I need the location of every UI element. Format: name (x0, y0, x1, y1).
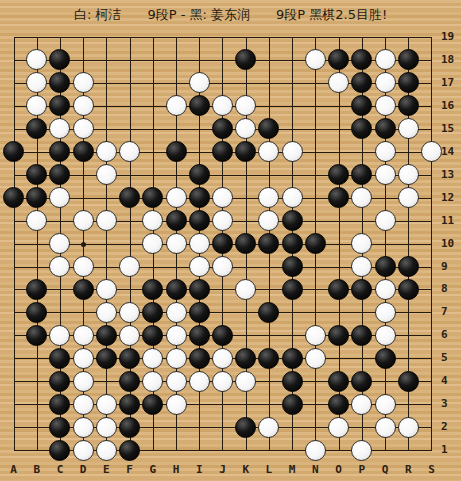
stone-black-L7 (258, 302, 279, 323)
stone-black-R17 (398, 72, 419, 93)
row-label-7: 7 (441, 305, 461, 318)
stone-white-E1 (96, 440, 117, 461)
stone-white-H12 (166, 187, 187, 208)
stone-white-J9 (212, 256, 233, 277)
stone-black-P4 (351, 371, 372, 392)
stone-black-I13 (189, 164, 210, 185)
stone-black-I8 (189, 279, 210, 300)
stone-white-J11 (212, 210, 233, 231)
stone-white-Q8 (375, 279, 396, 300)
stone-black-O8 (328, 279, 349, 300)
col-label-D: D (73, 463, 93, 476)
row-label-19: 19 (441, 30, 461, 43)
col-label-P: P (352, 463, 372, 476)
stone-white-C6 (49, 325, 70, 346)
stone-white-C9 (49, 256, 70, 277)
stone-black-C14 (49, 141, 70, 162)
stone-black-G6 (142, 325, 163, 346)
col-label-B: B (27, 463, 47, 476)
stone-black-B6 (26, 325, 47, 346)
row-label-11: 11 (441, 214, 461, 227)
stone-black-C3 (49, 394, 70, 415)
stone-white-E8 (96, 279, 117, 300)
stone-black-K2 (235, 417, 256, 438)
stone-white-O17 (328, 72, 349, 93)
stone-black-P17 (351, 72, 372, 93)
col-label-H: H (166, 463, 186, 476)
stone-black-J15 (212, 118, 233, 139)
stone-black-I7 (189, 302, 210, 323)
stone-black-F4 (119, 371, 140, 392)
col-label-I: I (189, 463, 209, 476)
col-label-E: E (96, 463, 116, 476)
stone-white-D15 (73, 118, 94, 139)
row-label-8: 8 (441, 282, 461, 295)
stone-black-O4 (328, 371, 349, 392)
stone-white-D9 (73, 256, 94, 277)
col-label-J: J (212, 463, 232, 476)
stone-black-Q5 (375, 348, 396, 369)
row-label-5: 5 (441, 351, 461, 364)
stone-white-G10 (142, 233, 163, 254)
row-label-10: 10 (441, 237, 461, 250)
stone-black-F12 (119, 187, 140, 208)
stone-white-K16 (235, 95, 256, 116)
stone-white-D11 (73, 210, 94, 231)
stone-black-D14 (73, 141, 94, 162)
stone-white-D3 (73, 394, 94, 415)
stone-white-D2 (73, 417, 94, 438)
row-label-4: 4 (441, 374, 461, 387)
stone-white-Q11 (375, 210, 396, 231)
stone-white-G5 (142, 348, 163, 369)
stone-white-Q2 (375, 417, 396, 438)
stone-white-J16 (212, 95, 233, 116)
row-label-9: 9 (441, 260, 461, 273)
row-label-12: 12 (441, 191, 461, 204)
col-label-G: G (143, 463, 163, 476)
stone-black-E6 (96, 325, 117, 346)
stone-black-C1 (49, 440, 70, 461)
stone-white-I10 (189, 233, 210, 254)
stone-white-L14 (258, 141, 279, 162)
stone-white-H5 (166, 348, 187, 369)
stone-black-M3 (282, 394, 303, 415)
stone-black-A12 (3, 187, 24, 208)
stone-white-K4 (235, 371, 256, 392)
stone-black-F1 (119, 440, 140, 461)
stone-black-F5 (119, 348, 140, 369)
stone-black-J14 (212, 141, 233, 162)
grid-line-h-7 (14, 312, 433, 313)
stone-white-D16 (73, 95, 94, 116)
stone-black-G3 (142, 394, 163, 415)
stone-black-M4 (282, 371, 303, 392)
row-label-16: 16 (441, 99, 461, 112)
col-label-R: R (398, 463, 418, 476)
stone-white-E7 (96, 302, 117, 323)
col-label-A: A (4, 463, 24, 476)
stone-black-L10 (258, 233, 279, 254)
stone-white-I4 (189, 371, 210, 392)
stone-black-K14 (235, 141, 256, 162)
stone-white-E14 (96, 141, 117, 162)
stone-white-H4 (166, 371, 187, 392)
stone-black-R16 (398, 95, 419, 116)
col-label-K: K (236, 463, 256, 476)
col-label-S: S (421, 463, 441, 476)
stone-black-R4 (398, 371, 419, 392)
stone-black-I12 (189, 187, 210, 208)
stone-white-P9 (351, 256, 372, 277)
stone-black-R9 (398, 256, 419, 277)
go-board[interactable]: ABCDEFGHIJKLMNOPQRS191817161514131211109… (0, 0, 461, 481)
stone-black-N10 (305, 233, 326, 254)
stone-white-D6 (73, 325, 94, 346)
row-label-13: 13 (441, 168, 461, 181)
stone-white-R2 (398, 417, 419, 438)
stone-black-I5 (189, 348, 210, 369)
stone-black-R18 (398, 49, 419, 70)
stone-white-L2 (258, 417, 279, 438)
stone-white-S14 (421, 141, 442, 162)
stone-white-Q7 (375, 302, 396, 323)
stone-white-M12 (282, 187, 303, 208)
stone-white-N1 (305, 440, 326, 461)
stone-black-I16 (189, 95, 210, 116)
stone-white-F14 (119, 141, 140, 162)
stone-black-C2 (49, 417, 70, 438)
stone-white-D1 (73, 440, 94, 461)
stone-white-B17 (26, 72, 47, 93)
stone-black-I6 (189, 325, 210, 346)
stone-white-R15 (398, 118, 419, 139)
stone-black-M8 (282, 279, 303, 300)
stone-black-H14 (166, 141, 187, 162)
stone-black-C18 (49, 49, 70, 70)
stone-white-I9 (189, 256, 210, 277)
stone-black-C5 (49, 348, 70, 369)
stone-black-C16 (49, 95, 70, 116)
stone-black-G7 (142, 302, 163, 323)
row-label-2: 2 (441, 420, 461, 433)
row-label-3: 3 (441, 397, 461, 410)
col-label-M: M (282, 463, 302, 476)
stone-white-F9 (119, 256, 140, 277)
stone-white-Q16 (375, 95, 396, 116)
stone-black-M10 (282, 233, 303, 254)
stone-white-P12 (351, 187, 372, 208)
stone-white-P3 (351, 394, 372, 415)
stone-white-H6 (166, 325, 187, 346)
stone-black-B8 (26, 279, 47, 300)
stone-white-D4 (73, 371, 94, 392)
col-label-O: O (329, 463, 349, 476)
col-label-C: C (50, 463, 70, 476)
grid-line-v-S (431, 37, 432, 451)
stone-black-L5 (258, 348, 279, 369)
row-label-6: 6 (441, 328, 461, 341)
stone-black-B7 (26, 302, 47, 323)
row-label-14: 14 (441, 145, 461, 158)
col-label-L: L (259, 463, 279, 476)
col-label-F: F (120, 463, 140, 476)
stone-black-O18 (328, 49, 349, 70)
stone-white-K15 (235, 118, 256, 139)
stone-white-R13 (398, 164, 419, 185)
stone-white-E3 (96, 394, 117, 415)
stone-white-Q18 (375, 49, 396, 70)
stone-white-H3 (166, 394, 187, 415)
stone-black-K18 (235, 49, 256, 70)
stone-white-Q13 (375, 164, 396, 185)
stone-black-J6 (212, 325, 233, 346)
stone-white-M14 (282, 141, 303, 162)
hoshi-D10 (81, 242, 86, 247)
stone-black-O6 (328, 325, 349, 346)
stone-black-P13 (351, 164, 372, 185)
row-label-17: 17 (441, 76, 461, 89)
stone-black-G12 (142, 187, 163, 208)
stone-black-K10 (235, 233, 256, 254)
stone-white-F7 (119, 302, 140, 323)
stone-black-F3 (119, 394, 140, 415)
stone-white-J4 (212, 371, 233, 392)
stone-black-O13 (328, 164, 349, 185)
stone-black-P6 (351, 325, 372, 346)
stone-black-Q9 (375, 256, 396, 277)
stone-black-B15 (26, 118, 47, 139)
stone-black-I11 (189, 210, 210, 231)
stone-white-H7 (166, 302, 187, 323)
stone-black-A14 (3, 141, 24, 162)
col-label-Q: Q (375, 463, 395, 476)
stone-white-R12 (398, 187, 419, 208)
stone-white-L12 (258, 187, 279, 208)
stone-black-P8 (351, 279, 372, 300)
stone-white-E13 (96, 164, 117, 185)
stone-white-D5 (73, 348, 94, 369)
stone-black-P16 (351, 95, 372, 116)
stone-black-H8 (166, 279, 187, 300)
row-label-18: 18 (441, 53, 461, 66)
stone-white-B11 (26, 210, 47, 231)
stone-white-F6 (119, 325, 140, 346)
stone-white-N6 (305, 325, 326, 346)
stone-black-O12 (328, 187, 349, 208)
stone-black-D8 (73, 279, 94, 300)
stone-white-E11 (96, 210, 117, 231)
stone-white-I17 (189, 72, 210, 93)
stone-white-C10 (49, 233, 70, 254)
stone-white-P1 (351, 440, 372, 461)
stone-white-E2 (96, 417, 117, 438)
col-label-N: N (305, 463, 325, 476)
stone-black-B12 (26, 187, 47, 208)
stone-black-O3 (328, 394, 349, 415)
stone-white-B16 (26, 95, 47, 116)
stone-white-Q6 (375, 325, 396, 346)
stone-black-R8 (398, 279, 419, 300)
stone-black-P15 (351, 118, 372, 139)
stone-white-Q14 (375, 141, 396, 162)
stone-black-B13 (26, 164, 47, 185)
stone-black-M5 (282, 348, 303, 369)
stone-black-P18 (351, 49, 372, 70)
stone-black-K5 (235, 348, 256, 369)
stone-white-D17 (73, 72, 94, 93)
stone-black-H11 (166, 210, 187, 231)
stone-white-O2 (328, 417, 349, 438)
stone-black-C13 (49, 164, 70, 185)
stone-white-Q17 (375, 72, 396, 93)
stone-white-H16 (166, 95, 187, 116)
row-label-15: 15 (441, 122, 461, 135)
stone-black-L15 (258, 118, 279, 139)
stone-black-M11 (282, 210, 303, 231)
stone-white-C12 (49, 187, 70, 208)
stone-white-C15 (49, 118, 70, 139)
stone-black-C17 (49, 72, 70, 93)
stone-white-L11 (258, 210, 279, 231)
row-label-1: 1 (441, 443, 461, 456)
stone-white-N18 (305, 49, 326, 70)
stone-black-M9 (282, 256, 303, 277)
stone-white-J5 (212, 348, 233, 369)
stone-black-E5 (96, 348, 117, 369)
stone-white-K8 (235, 279, 256, 300)
stone-black-C4 (49, 371, 70, 392)
stone-white-H10 (166, 233, 187, 254)
stone-white-N5 (305, 348, 326, 369)
stone-white-Q3 (375, 394, 396, 415)
stone-black-G8 (142, 279, 163, 300)
stone-black-J10 (212, 233, 233, 254)
stone-white-G11 (142, 210, 163, 231)
stone-black-Q15 (375, 118, 396, 139)
stone-white-B18 (26, 49, 47, 70)
stone-white-J12 (212, 187, 233, 208)
stone-white-P10 (351, 233, 372, 254)
stone-black-F2 (119, 417, 140, 438)
stone-white-G4 (142, 371, 163, 392)
